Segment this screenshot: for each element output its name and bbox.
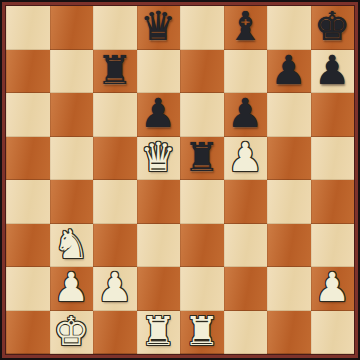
square-g3[interactable] — [267, 224, 311, 268]
square-d6[interactable]: ♟ — [137, 93, 181, 137]
square-c3[interactable] — [93, 224, 137, 268]
square-h4[interactable] — [311, 180, 355, 224]
board-frame: ♛♝♚♜♟♟♟♟♛♜♟♞♟♟♟♚♜♜ — [0, 0, 360, 360]
square-g6[interactable] — [267, 93, 311, 137]
chess-board: ♛♝♚♜♟♟♟♟♛♜♟♞♟♟♟♚♜♜ — [6, 6, 354, 354]
square-a2[interactable] — [6, 267, 50, 311]
square-h1[interactable] — [311, 311, 355, 355]
square-a8[interactable] — [6, 6, 50, 50]
piece-black-bishop[interactable]: ♝ — [227, 6, 263, 48]
square-c1[interactable] — [93, 311, 137, 355]
square-g2[interactable] — [267, 267, 311, 311]
square-f3[interactable] — [224, 224, 268, 268]
square-g7[interactable]: ♟ — [267, 50, 311, 94]
square-h8[interactable]: ♚ — [311, 6, 355, 50]
square-c4[interactable] — [93, 180, 137, 224]
square-e6[interactable] — [180, 93, 224, 137]
square-d2[interactable] — [137, 267, 181, 311]
square-d3[interactable] — [137, 224, 181, 268]
square-h6[interactable] — [311, 93, 355, 137]
square-h5[interactable] — [311, 137, 355, 181]
square-e8[interactable] — [180, 6, 224, 50]
square-e2[interactable] — [180, 267, 224, 311]
square-a1[interactable] — [6, 311, 50, 355]
square-f1[interactable] — [224, 311, 268, 355]
square-g1[interactable] — [267, 311, 311, 355]
square-e3[interactable] — [180, 224, 224, 268]
square-c8[interactable] — [93, 6, 137, 50]
square-b5[interactable] — [50, 137, 94, 181]
piece-white-pawn[interactable]: ♟ — [314, 267, 350, 309]
square-e5[interactable]: ♜ — [180, 137, 224, 181]
square-b6[interactable] — [50, 93, 94, 137]
piece-white-pawn[interactable]: ♟ — [53, 267, 89, 309]
piece-black-pawn[interactable]: ♟ — [140, 93, 176, 135]
square-a5[interactable] — [6, 137, 50, 181]
square-c5[interactable] — [93, 137, 137, 181]
square-h3[interactable] — [311, 224, 355, 268]
piece-white-king[interactable]: ♚ — [53, 311, 89, 353]
square-b8[interactable] — [50, 6, 94, 50]
chess-app: ♛♝♚♜♟♟♟♟♛♜♟♞♟♟♟♚♜♜ — [0, 0, 360, 360]
square-b4[interactable] — [50, 180, 94, 224]
square-b7[interactable] — [50, 50, 94, 94]
square-h7[interactable]: ♟ — [311, 50, 355, 94]
square-f4[interactable] — [224, 180, 268, 224]
square-f6[interactable]: ♟ — [224, 93, 268, 137]
square-c7[interactable]: ♜ — [93, 50, 137, 94]
square-g4[interactable] — [267, 180, 311, 224]
piece-white-queen[interactable]: ♛ — [140, 137, 176, 179]
square-c2[interactable]: ♟ — [93, 267, 137, 311]
square-c6[interactable] — [93, 93, 137, 137]
square-d4[interactable] — [137, 180, 181, 224]
square-d7[interactable] — [137, 50, 181, 94]
piece-black-queen[interactable]: ♛ — [140, 6, 176, 48]
square-a4[interactable] — [6, 180, 50, 224]
square-e4[interactable] — [180, 180, 224, 224]
square-g8[interactable] — [267, 6, 311, 50]
piece-white-pawn[interactable]: ♟ — [227, 137, 263, 179]
square-b3[interactable]: ♞ — [50, 224, 94, 268]
square-f7[interactable] — [224, 50, 268, 94]
piece-white-pawn[interactable]: ♟ — [97, 267, 133, 309]
piece-black-pawn[interactable]: ♟ — [271, 50, 307, 92]
piece-white-rook[interactable]: ♜ — [140, 311, 176, 353]
square-d5[interactable]: ♛ — [137, 137, 181, 181]
square-g5[interactable] — [267, 137, 311, 181]
piece-black-rook[interactable]: ♜ — [184, 137, 220, 179]
piece-white-knight[interactable]: ♞ — [53, 224, 89, 266]
square-b2[interactable]: ♟ — [50, 267, 94, 311]
square-a6[interactable] — [6, 93, 50, 137]
square-d8[interactable]: ♛ — [137, 6, 181, 50]
piece-black-king[interactable]: ♚ — [314, 6, 350, 48]
square-b1[interactable]: ♚ — [50, 311, 94, 355]
piece-black-pawn[interactable]: ♟ — [227, 93, 263, 135]
square-f2[interactable] — [224, 267, 268, 311]
square-a3[interactable] — [6, 224, 50, 268]
piece-white-rook[interactable]: ♜ — [184, 311, 220, 353]
square-e7[interactable] — [180, 50, 224, 94]
square-e1[interactable]: ♜ — [180, 311, 224, 355]
square-d1[interactable]: ♜ — [137, 311, 181, 355]
piece-black-rook[interactable]: ♜ — [97, 50, 133, 92]
square-f5[interactable]: ♟ — [224, 137, 268, 181]
square-h2[interactable]: ♟ — [311, 267, 355, 311]
square-f8[interactable]: ♝ — [224, 6, 268, 50]
piece-black-pawn[interactable]: ♟ — [314, 50, 350, 92]
square-a7[interactable] — [6, 50, 50, 94]
